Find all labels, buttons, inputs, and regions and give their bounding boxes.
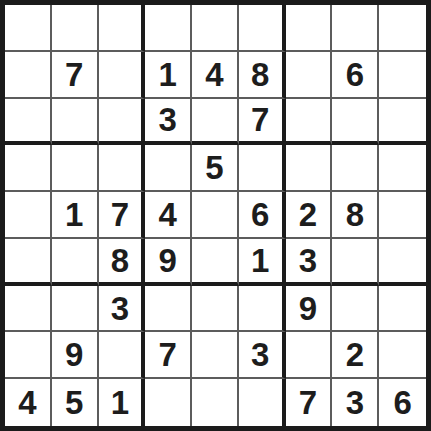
cell-r5c1[interactable]: [5, 192, 52, 239]
cell-r5c7[interactable]: 2: [286, 192, 333, 239]
cell-r4c2[interactable]: [52, 145, 99, 192]
cell-r4c8[interactable]: [332, 145, 379, 192]
cell-r6c5[interactable]: [192, 239, 239, 286]
cell-r9c8[interactable]: 3: [332, 379, 379, 426]
cell-r4c5[interactable]: 5: [192, 145, 239, 192]
cell-r9c4[interactable]: [145, 379, 192, 426]
cell-r4c6[interactable]: [239, 145, 286, 192]
cell-r6c4[interactable]: 9: [145, 239, 192, 286]
cell-r2c6[interactable]: 8: [239, 52, 286, 99]
cell-r6c7[interactable]: 3: [286, 239, 333, 286]
cell-r9c3[interactable]: 1: [99, 379, 146, 426]
cell-r4c1[interactable]: [5, 145, 52, 192]
cell-r8c4[interactable]: 7: [145, 332, 192, 379]
cell-r2c1[interactable]: [5, 52, 52, 99]
cell-r5c9[interactable]: [379, 192, 426, 239]
cell-r1c3[interactable]: [99, 5, 146, 52]
cell-r9c1[interactable]: 4: [5, 379, 52, 426]
cell-r8c1[interactable]: [5, 332, 52, 379]
cell-r8c2[interactable]: 9: [52, 332, 99, 379]
cell-r4c7[interactable]: [286, 145, 333, 192]
cell-r6c1[interactable]: [5, 239, 52, 286]
cell-r7c8[interactable]: [332, 286, 379, 333]
cell-r7c2[interactable]: [52, 286, 99, 333]
cell-r1c9[interactable]: [379, 5, 426, 52]
cell-r5c4[interactable]: 4: [145, 192, 192, 239]
cell-r3c9[interactable]: [379, 99, 426, 146]
cell-r7c3[interactable]: 3: [99, 286, 146, 333]
cell-r3c5[interactable]: [192, 99, 239, 146]
cell-r1c5[interactable]: [192, 5, 239, 52]
cell-r7c4[interactable]: [145, 286, 192, 333]
cell-r2c2[interactable]: 7: [52, 52, 99, 99]
cell-r3c4[interactable]: 3: [145, 99, 192, 146]
cell-r7c5[interactable]: [192, 286, 239, 333]
cell-r1c7[interactable]: [286, 5, 333, 52]
cell-r1c2[interactable]: [52, 5, 99, 52]
cell-r2c7[interactable]: [286, 52, 333, 99]
cell-r3c8[interactable]: [332, 99, 379, 146]
cell-r9c2[interactable]: 5: [52, 379, 99, 426]
cell-r4c3[interactable]: [99, 145, 146, 192]
cell-r3c1[interactable]: [5, 99, 52, 146]
cell-r1c6[interactable]: [239, 5, 286, 52]
cell-r9c7[interactable]: 7: [286, 379, 333, 426]
cell-r7c9[interactable]: [379, 286, 426, 333]
cell-r2c5[interactable]: 4: [192, 52, 239, 99]
cell-r6c9[interactable]: [379, 239, 426, 286]
cell-r2c9[interactable]: [379, 52, 426, 99]
cell-r8c6[interactable]: 3: [239, 332, 286, 379]
cell-r5c2[interactable]: 1: [52, 192, 99, 239]
cell-r3c7[interactable]: [286, 99, 333, 146]
cell-r5c8[interactable]: 8: [332, 192, 379, 239]
cell-r6c3[interactable]: 8: [99, 239, 146, 286]
cell-r3c6[interactable]: 7: [239, 99, 286, 146]
cell-r1c1[interactable]: [5, 5, 52, 52]
cell-r2c4[interactable]: 1: [145, 52, 192, 99]
cell-r5c5[interactable]: [192, 192, 239, 239]
sudoku-board: 714863751746288913399732451736: [0, 0, 431, 431]
cell-r5c3[interactable]: 7: [99, 192, 146, 239]
cell-r9c5[interactable]: [192, 379, 239, 426]
cell-r8c3[interactable]: [99, 332, 146, 379]
cell-r7c6[interactable]: [239, 286, 286, 333]
cell-r8c9[interactable]: [379, 332, 426, 379]
cell-r9c6[interactable]: [239, 379, 286, 426]
cell-r2c3[interactable]: [99, 52, 146, 99]
cell-r4c4[interactable]: [145, 145, 192, 192]
cell-r9c9[interactable]: 6: [379, 379, 426, 426]
cell-r7c7[interactable]: 9: [286, 286, 333, 333]
cell-r3c2[interactable]: [52, 99, 99, 146]
cell-r6c2[interactable]: [52, 239, 99, 286]
cell-r8c5[interactable]: [192, 332, 239, 379]
cell-r1c8[interactable]: [332, 5, 379, 52]
cell-r4c9[interactable]: [379, 145, 426, 192]
cell-r6c6[interactable]: 1: [239, 239, 286, 286]
cell-r7c1[interactable]: [5, 286, 52, 333]
cell-r8c7[interactable]: [286, 332, 333, 379]
cell-r2c8[interactable]: 6: [332, 52, 379, 99]
cell-r8c8[interactable]: 2: [332, 332, 379, 379]
cell-r1c4[interactable]: [145, 5, 192, 52]
cell-r6c8[interactable]: [332, 239, 379, 286]
cell-r3c3[interactable]: [99, 99, 146, 146]
cell-r5c6[interactable]: 6: [239, 192, 286, 239]
